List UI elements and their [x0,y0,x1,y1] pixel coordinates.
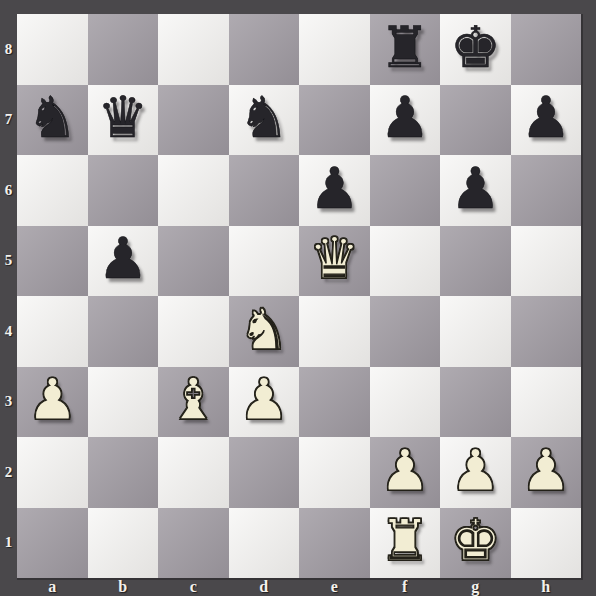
square-h7[interactable]: ♟ [511,85,582,156]
square-e8[interactable] [299,14,370,85]
piece-white-rook-f1[interactable]: ♜ [379,512,430,569]
file-label-c: c [158,578,229,596]
piece-white-pawn-f2[interactable]: ♟ [379,442,430,499]
square-d6[interactable] [229,155,300,226]
square-g6[interactable]: ♟ [440,155,511,226]
square-h5[interactable] [511,226,582,297]
square-a2[interactable] [17,437,88,508]
square-f8[interactable]: ♜ [370,14,441,85]
square-c6[interactable] [158,155,229,226]
square-e3[interactable] [299,367,370,438]
square-f3[interactable] [370,367,441,438]
rank-label-7: 7 [0,85,17,156]
file-label-e: e [299,578,370,596]
file-label-b: b [88,578,159,596]
square-h8[interactable] [511,14,582,85]
piece-black-pawn-h7[interactable]: ♟ [520,89,571,146]
square-b4[interactable] [88,296,159,367]
piece-white-bishop-c3[interactable]: ♝ [168,371,219,428]
square-h6[interactable] [511,155,582,226]
square-d3[interactable]: ♟ [229,367,300,438]
square-f6[interactable] [370,155,441,226]
piece-black-king-g8[interactable]: ♚ [450,19,501,76]
square-b7[interactable]: ♛ [88,85,159,156]
square-b5[interactable]: ♟ [88,226,159,297]
rank-labels: 87654321 [0,14,17,578]
square-g4[interactable] [440,296,511,367]
square-b2[interactable] [88,437,159,508]
piece-white-pawn-h2[interactable]: ♟ [520,442,571,499]
piece-white-pawn-g2[interactable]: ♟ [450,442,501,499]
square-a7[interactable]: ♞ [17,85,88,156]
square-b8[interactable] [88,14,159,85]
square-a6[interactable] [17,155,88,226]
file-labels: abcdefgh [17,578,581,596]
square-c2[interactable] [158,437,229,508]
piece-white-pawn-a3[interactable]: ♟ [27,371,78,428]
piece-white-queen-e5[interactable]: ♛ [309,230,360,287]
rank-label-1: 1 [0,508,17,579]
square-g2[interactable]: ♟ [440,437,511,508]
square-d7[interactable]: ♞ [229,85,300,156]
square-c1[interactable] [158,508,229,579]
piece-black-pawn-e6[interactable]: ♟ [309,160,360,217]
file-label-g: g [440,578,511,596]
square-g8[interactable]: ♚ [440,14,511,85]
square-a3[interactable]: ♟ [17,367,88,438]
square-g5[interactable] [440,226,511,297]
square-d1[interactable] [229,508,300,579]
square-a5[interactable] [17,226,88,297]
square-c4[interactable] [158,296,229,367]
rank-label-4: 4 [0,296,17,367]
square-d2[interactable] [229,437,300,508]
square-c7[interactable] [158,85,229,156]
rank-label-3: 3 [0,367,17,438]
square-f1[interactable]: ♜ [370,508,441,579]
rank-label-5: 5 [0,226,17,297]
piece-white-knight-d4[interactable]: ♞ [238,301,289,358]
square-g1[interactable]: ♚ [440,508,511,579]
piece-black-pawn-b5[interactable]: ♟ [97,230,148,287]
piece-black-rook-f8[interactable]: ♜ [379,19,430,76]
piece-black-knight-a7[interactable]: ♞ [27,89,78,146]
square-d4[interactable]: ♞ [229,296,300,367]
square-b6[interactable] [88,155,159,226]
square-a8[interactable] [17,14,88,85]
square-b3[interactable] [88,367,159,438]
piece-black-pawn-f7[interactable]: ♟ [379,89,430,146]
square-c3[interactable]: ♝ [158,367,229,438]
chess-board-window: 87654321 ♜♚♞♛♞♟♟♟♟♟♛♞♟♝♟♟♟♟♜♚ abcdefgh [0,0,596,596]
square-d8[interactable] [229,14,300,85]
square-e5[interactable]: ♛ [299,226,370,297]
square-f4[interactable] [370,296,441,367]
file-label-f: f [370,578,441,596]
rank-label-8: 8 [0,14,17,85]
square-e7[interactable] [299,85,370,156]
square-g7[interactable] [440,85,511,156]
square-c5[interactable] [158,226,229,297]
rank-label-6: 6 [0,155,17,226]
piece-black-pawn-g6[interactable]: ♟ [450,160,501,217]
square-g3[interactable] [440,367,511,438]
square-b1[interactable] [88,508,159,579]
piece-black-knight-d7[interactable]: ♞ [238,89,289,146]
square-e1[interactable] [299,508,370,579]
piece-white-pawn-d3[interactable]: ♟ [238,371,289,428]
square-a4[interactable] [17,296,88,367]
rank-label-2: 2 [0,437,17,508]
square-f7[interactable]: ♟ [370,85,441,156]
chess-board: ♜♚♞♛♞♟♟♟♟♟♛♞♟♝♟♟♟♟♜♚ [17,14,581,578]
square-f5[interactable] [370,226,441,297]
square-e6[interactable]: ♟ [299,155,370,226]
square-h1[interactable] [511,508,582,579]
square-e4[interactable] [299,296,370,367]
square-d5[interactable] [229,226,300,297]
square-a1[interactable] [17,508,88,579]
piece-black-queen-b7[interactable]: ♛ [97,89,148,146]
square-h2[interactable]: ♟ [511,437,582,508]
square-c8[interactable] [158,14,229,85]
square-e2[interactable] [299,437,370,508]
piece-white-king-g1[interactable]: ♚ [450,512,501,569]
square-h3[interactable] [511,367,582,438]
file-label-d: d [229,578,300,596]
square-h4[interactable] [511,296,582,367]
square-f2[interactable]: ♟ [370,437,441,508]
file-label-a: a [17,578,88,596]
file-label-h: h [511,578,582,596]
